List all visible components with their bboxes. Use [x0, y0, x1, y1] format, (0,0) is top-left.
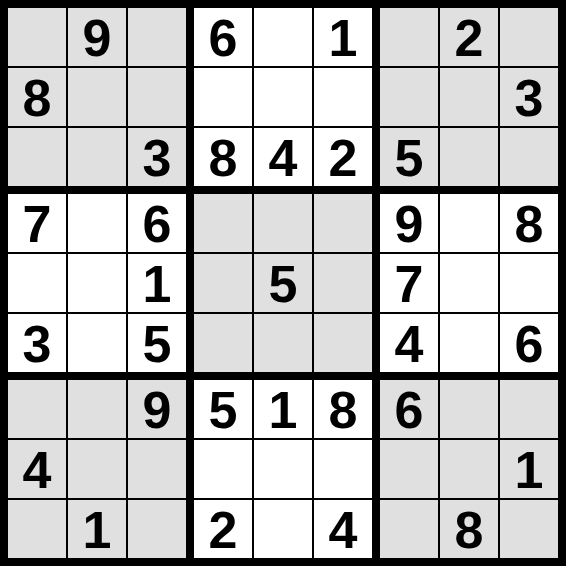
given-digit: 7 [395, 258, 424, 310]
sudoku-cell[interactable]: 3 [8, 314, 68, 380]
sudoku-cell[interactable]: 9 [68, 8, 128, 68]
sudoku-cell[interactable] [194, 254, 254, 314]
sudoku-cell[interactable]: 1 [254, 380, 314, 440]
sudoku-board: 961283384257698157354695186411248 [0, 0, 566, 566]
sudoku-cell[interactable]: 2 [194, 500, 254, 558]
sudoku-cell[interactable] [254, 440, 314, 500]
sudoku-cell[interactable] [254, 314, 314, 380]
sudoku-cell[interactable] [500, 500, 558, 558]
given-digit: 8 [209, 132, 238, 184]
sudoku-cell[interactable]: 6 [194, 8, 254, 68]
given-digit: 6 [395, 384, 424, 436]
sudoku-cell[interactable] [440, 380, 500, 440]
sudoku-cell[interactable]: 4 [254, 128, 314, 194]
given-digit: 7 [23, 198, 52, 250]
sudoku-cell[interactable] [68, 380, 128, 440]
sudoku-cell[interactable] [68, 194, 128, 254]
given-digit: 6 [209, 12, 238, 64]
given-digit: 2 [329, 132, 358, 184]
given-digit: 1 [329, 12, 358, 64]
sudoku-cell[interactable] [128, 8, 194, 68]
given-digit: 8 [515, 198, 544, 250]
sudoku-cell[interactable]: 4 [380, 314, 440, 380]
given-digit: 3 [23, 318, 52, 370]
given-digit: 3 [143, 132, 172, 184]
sudoku-cell[interactable] [380, 500, 440, 558]
sudoku-cell[interactable] [380, 440, 440, 500]
sudoku-cell[interactable] [380, 8, 440, 68]
sudoku-cell[interactable]: 8 [500, 194, 558, 254]
sudoku-cell[interactable] [314, 68, 380, 128]
sudoku-cell[interactable]: 5 [194, 380, 254, 440]
given-digit: 5 [395, 132, 424, 184]
sudoku-cell[interactable]: 1 [68, 500, 128, 558]
given-digit: 9 [83, 12, 112, 64]
sudoku-cell[interactable] [68, 128, 128, 194]
sudoku-cell[interactable] [68, 440, 128, 500]
given-digit: 1 [83, 504, 112, 556]
sudoku-cell[interactable] [194, 440, 254, 500]
given-digit: 1 [515, 444, 544, 496]
sudoku-cell[interactable]: 1 [314, 8, 380, 68]
given-digit: 5 [209, 384, 238, 436]
sudoku-cell[interactable] [314, 254, 380, 314]
given-digit: 3 [515, 72, 544, 124]
sudoku-cell[interactable]: 5 [254, 254, 314, 314]
given-digit: 4 [23, 444, 52, 496]
sudoku-cell[interactable] [68, 254, 128, 314]
sudoku-cell[interactable] [8, 500, 68, 558]
sudoku-cell[interactable] [254, 500, 314, 558]
given-digit: 1 [269, 384, 298, 436]
sudoku-cell[interactable]: 4 [8, 440, 68, 500]
sudoku-cell[interactable] [8, 380, 68, 440]
sudoku-cell[interactable]: 1 [128, 254, 194, 314]
sudoku-cell[interactable] [440, 314, 500, 380]
given-digit: 4 [269, 132, 298, 184]
sudoku-cell[interactable] [8, 128, 68, 194]
sudoku-cell[interactable] [128, 440, 194, 500]
given-digit: 2 [209, 504, 238, 556]
sudoku-cell[interactable]: 8 [8, 68, 68, 128]
sudoku-cell[interactable]: 6 [128, 194, 194, 254]
sudoku-cell[interactable] [194, 194, 254, 254]
given-digit: 9 [143, 384, 172, 436]
sudoku-cell[interactable]: 3 [500, 68, 558, 128]
sudoku-cell[interactable] [314, 440, 380, 500]
sudoku-cell[interactable] [500, 128, 558, 194]
sudoku-cell[interactable] [440, 194, 500, 254]
given-digit: 1 [143, 258, 172, 310]
sudoku-cell[interactable] [128, 68, 194, 128]
sudoku-cell[interactable]: 6 [380, 380, 440, 440]
sudoku-cell[interactable] [254, 68, 314, 128]
sudoku-cell[interactable] [68, 314, 128, 380]
given-digit: 8 [455, 504, 484, 556]
sudoku-cell[interactable]: 2 [440, 8, 500, 68]
given-digit: 5 [143, 318, 172, 370]
given-digit: 5 [269, 258, 298, 310]
sudoku-cell[interactable] [128, 500, 194, 558]
sudoku-cell[interactable]: 4 [314, 500, 380, 558]
sudoku-cell[interactable] [440, 128, 500, 194]
sudoku-cell[interactable]: 7 [380, 254, 440, 314]
sudoku-cell[interactable]: 9 [128, 380, 194, 440]
sudoku-cell[interactable]: 3 [128, 128, 194, 194]
sudoku-cell[interactable] [254, 8, 314, 68]
sudoku-cell[interactable] [500, 254, 558, 314]
given-digit: 6 [143, 198, 172, 250]
sudoku-cell[interactable]: 8 [440, 500, 500, 558]
sudoku-cell[interactable] [440, 254, 500, 314]
sudoku-cell[interactable] [254, 194, 314, 254]
sudoku-cell[interactable] [8, 254, 68, 314]
given-digit: 9 [395, 198, 424, 250]
given-digit: 8 [23, 72, 52, 124]
sudoku-cell[interactable]: 2 [314, 128, 380, 194]
sudoku-cell[interactable] [500, 8, 558, 68]
sudoku-cell[interactable] [380, 68, 440, 128]
sudoku-cell[interactable]: 5 [380, 128, 440, 194]
sudoku-cell[interactable] [68, 68, 128, 128]
sudoku-cell[interactable]: 8 [194, 128, 254, 194]
sudoku-cell[interactable] [440, 68, 500, 128]
given-digit: 6 [515, 318, 544, 370]
sudoku-cell[interactable]: 5 [128, 314, 194, 380]
given-digit: 4 [395, 318, 424, 370]
given-digit: 4 [329, 504, 358, 556]
sudoku-cell[interactable] [440, 440, 500, 500]
sudoku-cell[interactable]: 8 [314, 380, 380, 440]
sudoku-cell[interactable]: 7 [8, 194, 68, 254]
sudoku-cell[interactable] [500, 380, 558, 440]
sudoku-cell[interactable] [194, 314, 254, 380]
sudoku-cell[interactable]: 1 [500, 440, 558, 500]
sudoku-cell[interactable] [8, 8, 68, 68]
given-digit: 8 [329, 384, 358, 436]
sudoku-cell[interactable]: 9 [380, 194, 440, 254]
sudoku-cell[interactable] [194, 68, 254, 128]
given-digit: 2 [455, 12, 484, 64]
sudoku-cell[interactable] [314, 314, 380, 380]
sudoku-cell[interactable]: 6 [500, 314, 558, 380]
sudoku-cell[interactable] [314, 194, 380, 254]
